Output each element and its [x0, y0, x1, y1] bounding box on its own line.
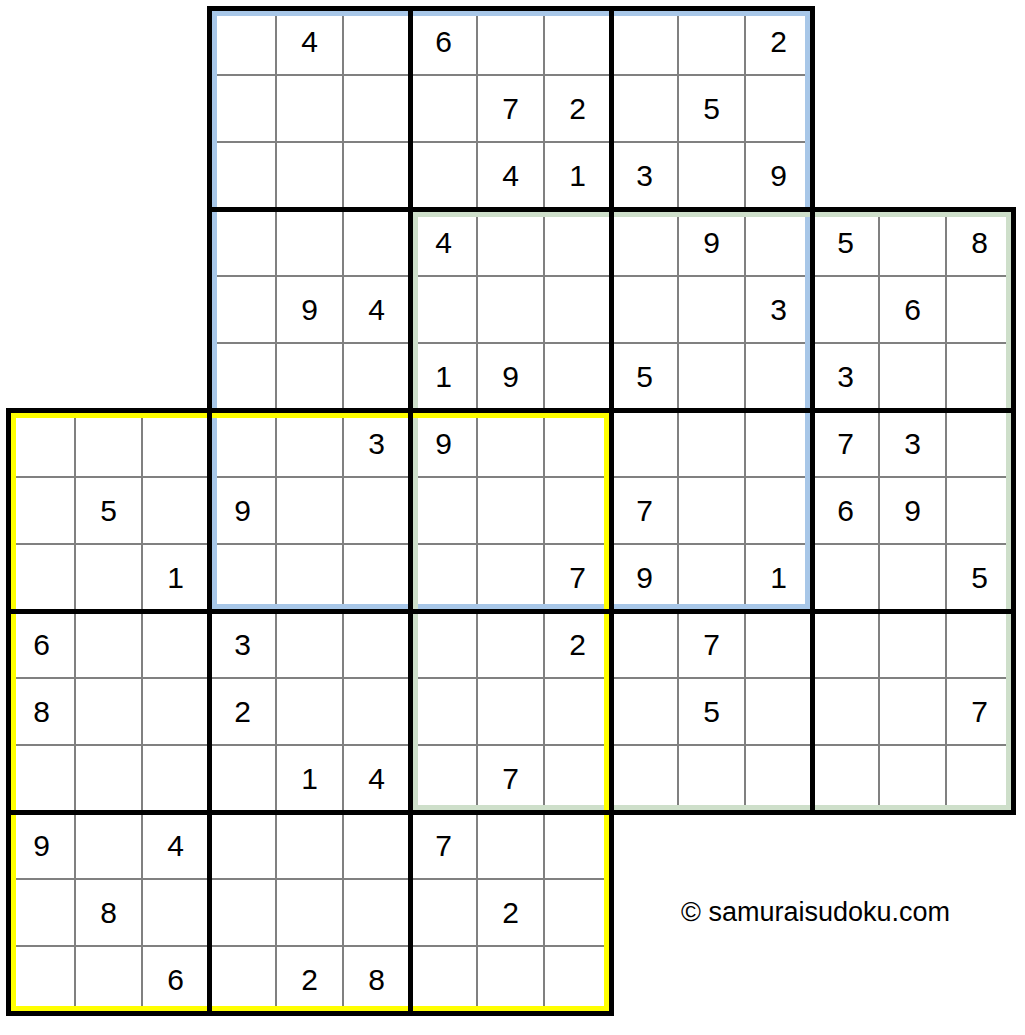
cell-r4c7[interactable] — [477, 276, 544, 343]
cell-r10c2[interactable] — [142, 678, 209, 745]
cell-r7c1[interactable]: 5 — [75, 477, 142, 544]
cell-r3c9[interactable] — [611, 209, 678, 276]
cell-r11c9[interactable] — [611, 745, 678, 812]
cell-r10c4[interactable] — [276, 678, 343, 745]
cell-r6c1[interactable] — [75, 410, 142, 477]
cell-r8c2[interactable]: 1 — [142, 544, 209, 611]
cell-r4c3[interactable] — [209, 276, 276, 343]
cell-r12c2[interactable]: 4 — [142, 812, 209, 879]
cell-r3c7[interactable] — [477, 209, 544, 276]
cell-r0c6[interactable]: 6 — [410, 8, 477, 75]
cell-r13c1[interactable]: 8 — [75, 879, 142, 946]
cell-r4c13[interactable]: 6 — [879, 276, 946, 343]
cell-r14c2[interactable]: 6 — [142, 946, 209, 1013]
cell-r11c7[interactable]: 7 — [477, 745, 544, 812]
cell-r4c8[interactable] — [544, 276, 611, 343]
cell-r7c8[interactable] — [544, 477, 611, 544]
cell-r2c10[interactable] — [678, 142, 745, 209]
cell-r4c9[interactable] — [611, 276, 678, 343]
cell-r6c8[interactable] — [544, 410, 611, 477]
cell-r11c5[interactable]: 4 — [343, 745, 410, 812]
cell-r10c7[interactable] — [477, 678, 544, 745]
cell-r8c8[interactable]: 7 — [544, 544, 611, 611]
cell-r4c11[interactable]: 3 — [745, 276, 812, 343]
cell-r3c6[interactable]: 4 — [410, 209, 477, 276]
cell-r10c1[interactable] — [75, 678, 142, 745]
cell-r5c6[interactable]: 1 — [410, 343, 477, 410]
cell-r9c10[interactable]: 7 — [678, 611, 745, 678]
cell-r11c3[interactable] — [209, 745, 276, 812]
cell-r13c6[interactable] — [410, 879, 477, 946]
cell-r12c1[interactable] — [75, 812, 142, 879]
cell-r10c14[interactable]: 7 — [946, 678, 1013, 745]
cell-r11c13[interactable] — [879, 745, 946, 812]
cell-r10c13[interactable] — [879, 678, 946, 745]
cell-r3c5[interactable] — [343, 209, 410, 276]
cell-r9c12[interactable] — [812, 611, 879, 678]
cell-r13c5[interactable] — [343, 879, 410, 946]
cell-r5c9[interactable]: 5 — [611, 343, 678, 410]
cell-r3c14[interactable]: 8 — [946, 209, 1013, 276]
cell-r3c3[interactable] — [209, 209, 276, 276]
cell-r3c4[interactable] — [276, 209, 343, 276]
cell-r7c2[interactable] — [142, 477, 209, 544]
cell-r3c8[interactable] — [544, 209, 611, 276]
cell-r5c13[interactable] — [879, 343, 946, 410]
cell-r6c9[interactable] — [611, 410, 678, 477]
cell-r9c9[interactable] — [611, 611, 678, 678]
cell-r0c5[interactable] — [343, 8, 410, 75]
cell-r8c5[interactable] — [343, 544, 410, 611]
cell-r11c4[interactable]: 1 — [276, 745, 343, 812]
cell-r1c4[interactable] — [276, 75, 343, 142]
cell-r10c5[interactable] — [343, 678, 410, 745]
cell-r6c12[interactable]: 7 — [812, 410, 879, 477]
cell-r13c3[interactable] — [209, 879, 276, 946]
cell-r6c2[interactable] — [142, 410, 209, 477]
cell-r12c7[interactable] — [477, 812, 544, 879]
cell-r8c9[interactable]: 9 — [611, 544, 678, 611]
cell-r9c6[interactable] — [410, 611, 477, 678]
cell-r7c4[interactable] — [276, 477, 343, 544]
cell-r12c6[interactable]: 7 — [410, 812, 477, 879]
cell-r0c10[interactable] — [678, 8, 745, 75]
cell-r9c5[interactable] — [343, 611, 410, 678]
cell-r1c6[interactable] — [410, 75, 477, 142]
cell-r7c9[interactable]: 7 — [611, 477, 678, 544]
cell-r6c4[interactable] — [276, 410, 343, 477]
cell-r14c8[interactable] — [544, 946, 611, 1013]
cell-r7c5[interactable] — [343, 477, 410, 544]
cell-r11c1[interactable] — [75, 745, 142, 812]
cell-r7c7[interactable] — [477, 477, 544, 544]
cell-r10c9[interactable] — [611, 678, 678, 745]
cell-r10c3[interactable]: 2 — [209, 678, 276, 745]
cell-r10c0[interactable]: 8 — [8, 678, 75, 745]
cell-r0c8[interactable] — [544, 8, 611, 75]
cell-r4c6[interactable] — [410, 276, 477, 343]
cell-r4c14[interactable] — [946, 276, 1013, 343]
cell-r1c11[interactable] — [745, 75, 812, 142]
cell-r9c2[interactable] — [142, 611, 209, 678]
cell-r11c8[interactable] — [544, 745, 611, 812]
cell-r6c13[interactable]: 3 — [879, 410, 946, 477]
cell-r6c3[interactable] — [209, 410, 276, 477]
cell-r7c12[interactable]: 6 — [812, 477, 879, 544]
cell-r13c2[interactable] — [142, 879, 209, 946]
cell-r8c3[interactable] — [209, 544, 276, 611]
cell-r14c0[interactable] — [8, 946, 75, 1013]
cell-r8c1[interactable] — [75, 544, 142, 611]
cell-r9c13[interactable] — [879, 611, 946, 678]
cell-r2c7[interactable]: 4 — [477, 142, 544, 209]
cell-r3c12[interactable]: 5 — [812, 209, 879, 276]
cell-r3c11[interactable] — [745, 209, 812, 276]
cell-r2c3[interactable] — [209, 142, 276, 209]
cell-r2c5[interactable] — [343, 142, 410, 209]
cell-r2c9[interactable]: 3 — [611, 142, 678, 209]
cell-r3c13[interactable] — [879, 209, 946, 276]
cell-r6c0[interactable] — [8, 410, 75, 477]
cell-r7c11[interactable] — [745, 477, 812, 544]
cell-r12c4[interactable] — [276, 812, 343, 879]
cell-r13c4[interactable] — [276, 879, 343, 946]
cell-r10c11[interactable] — [745, 678, 812, 745]
cell-r9c14[interactable] — [946, 611, 1013, 678]
cell-r5c7[interactable]: 9 — [477, 343, 544, 410]
cell-r10c12[interactable] — [812, 678, 879, 745]
cell-r14c6[interactable] — [410, 946, 477, 1013]
cell-r14c1[interactable] — [75, 946, 142, 1013]
cell-r14c4[interactable]: 2 — [276, 946, 343, 1013]
cell-r13c0[interactable] — [8, 879, 75, 946]
cell-r1c10[interactable]: 5 — [678, 75, 745, 142]
cell-r4c10[interactable] — [678, 276, 745, 343]
cell-r0c11[interactable]: 2 — [745, 8, 812, 75]
cell-r6c6[interactable]: 9 — [410, 410, 477, 477]
cell-r8c11[interactable]: 1 — [745, 544, 812, 611]
cell-r9c0[interactable]: 6 — [8, 611, 75, 678]
cell-r8c6[interactable] — [410, 544, 477, 611]
cell-r8c12[interactable] — [812, 544, 879, 611]
cell-r8c7[interactable] — [477, 544, 544, 611]
cell-r11c12[interactable] — [812, 745, 879, 812]
cell-r2c11[interactable]: 9 — [745, 142, 812, 209]
cell-r6c10[interactable] — [678, 410, 745, 477]
cell-r4c4[interactable]: 9 — [276, 276, 343, 343]
cell-r1c8[interactable]: 2 — [544, 75, 611, 142]
cell-r7c6[interactable] — [410, 477, 477, 544]
cell-r14c7[interactable] — [477, 946, 544, 1013]
cell-r8c14[interactable]: 5 — [946, 544, 1013, 611]
cell-r8c10[interactable] — [678, 544, 745, 611]
cell-r1c3[interactable] — [209, 75, 276, 142]
cell-r3c10[interactable]: 9 — [678, 209, 745, 276]
cell-r6c5[interactable]: 3 — [343, 410, 410, 477]
cell-r2c8[interactable]: 1 — [544, 142, 611, 209]
cell-r11c11[interactable] — [745, 745, 812, 812]
cell-r5c12[interactable]: 3 — [812, 343, 879, 410]
cell-r8c0[interactable] — [8, 544, 75, 611]
cell-r6c14[interactable] — [946, 410, 1013, 477]
cell-r9c3[interactable]: 3 — [209, 611, 276, 678]
cell-r12c5[interactable] — [343, 812, 410, 879]
cell-r5c8[interactable] — [544, 343, 611, 410]
cell-r8c13[interactable] — [879, 544, 946, 611]
cell-r11c6[interactable] — [410, 745, 477, 812]
cell-r11c0[interactable] — [8, 745, 75, 812]
cell-r7c14[interactable] — [946, 477, 1013, 544]
cell-r11c2[interactable] — [142, 745, 209, 812]
cell-r5c5[interactable] — [343, 343, 410, 410]
cell-r1c7[interactable]: 7 — [477, 75, 544, 142]
cell-r0c3[interactable] — [209, 8, 276, 75]
cell-r0c7[interactable] — [477, 8, 544, 75]
cell-r0c4[interactable]: 4 — [276, 8, 343, 75]
cell-r12c8[interactable] — [544, 812, 611, 879]
cell-r12c3[interactable] — [209, 812, 276, 879]
cell-r13c8[interactable] — [544, 879, 611, 946]
cell-r5c3[interactable] — [209, 343, 276, 410]
cell-r11c14[interactable] — [946, 745, 1013, 812]
cell-r10c6[interactable] — [410, 678, 477, 745]
cell-r4c12[interactable] — [812, 276, 879, 343]
cell-r5c4[interactable] — [276, 343, 343, 410]
copyright-text: © samuraisudoku.com — [681, 896, 950, 928]
cell-r5c14[interactable] — [946, 343, 1013, 410]
cell-r0c9[interactable] — [611, 8, 678, 75]
cell-r6c11[interactable] — [745, 410, 812, 477]
cell-r2c4[interactable] — [276, 142, 343, 209]
cell-r6c7[interactable] — [477, 410, 544, 477]
cell-r9c4[interactable] — [276, 611, 343, 678]
cell-r9c11[interactable] — [745, 611, 812, 678]
cell-r10c10[interactable]: 5 — [678, 678, 745, 745]
cell-r7c13[interactable]: 9 — [879, 477, 946, 544]
cell-r1c9[interactable] — [611, 75, 678, 142]
cell-r9c8[interactable]: 2 — [544, 611, 611, 678]
cell-r12c0[interactable]: 9 — [8, 812, 75, 879]
cell-r4c5[interactable]: 4 — [343, 276, 410, 343]
cell-r1c5[interactable] — [343, 75, 410, 142]
cell-r8c4[interactable] — [276, 544, 343, 611]
cell-r10c8[interactable] — [544, 678, 611, 745]
cell-r7c10[interactable] — [678, 477, 745, 544]
cell-r7c3[interactable]: 9 — [209, 477, 276, 544]
cell-r2c6[interactable] — [410, 142, 477, 209]
cell-r7c0[interactable] — [8, 477, 75, 544]
cell-r9c7[interactable] — [477, 611, 544, 678]
cell-r9c1[interactable] — [75, 611, 142, 678]
cell-r5c10[interactable] — [678, 343, 745, 410]
cell-r5c11[interactable] — [745, 343, 812, 410]
samurai-sudoku-board: 4627254139495894361953397359769179156327… — [0, 0, 1025, 1035]
cell-r13c7[interactable]: 2 — [477, 879, 544, 946]
cell-r11c10[interactable] — [678, 745, 745, 812]
cell-r14c3[interactable] — [209, 946, 276, 1013]
cell-r14c5[interactable]: 8 — [343, 946, 410, 1013]
